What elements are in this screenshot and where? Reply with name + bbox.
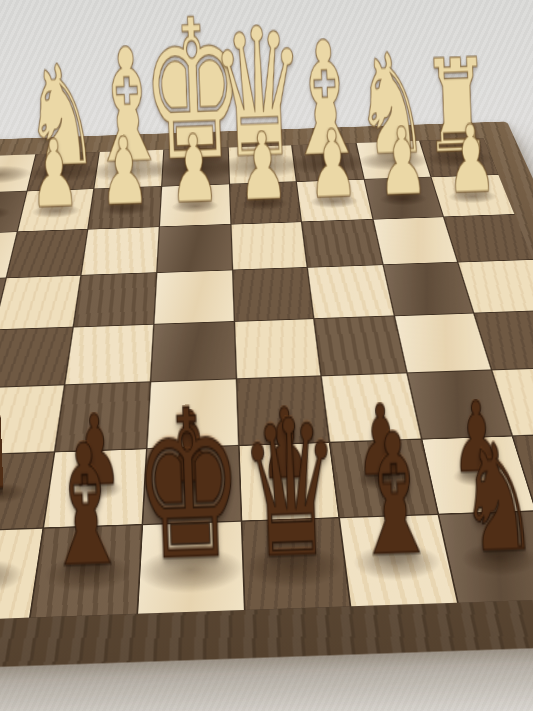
black-king-e8: ♚ — [131, 403, 246, 572]
black-bishop-f8: ♝ — [39, 438, 132, 575]
white-pawn-c2: ♟ — [307, 126, 359, 202]
square-g3 — [7, 230, 88, 278]
square-b3 — [373, 217, 457, 264]
square-c2: ♟ — [297, 179, 372, 221]
square-c5 — [315, 316, 406, 376]
square-e4 — [154, 270, 233, 323]
square-a2: ♟ — [432, 175, 515, 217]
white-pawn-f2: ♟ — [98, 134, 150, 210]
square-a3 — [445, 215, 533, 262]
square-g2: ♟ — [17, 189, 93, 232]
square-d2: ♟ — [230, 182, 301, 224]
square-d5 — [234, 319, 320, 379]
square-e8: ♚ — [138, 522, 243, 613]
square-e2: ♟ — [160, 184, 230, 226]
square-d3 — [231, 222, 307, 269]
black-queen-d8: ♛ — [238, 413, 344, 568]
black-bishop-c8: ♝ — [348, 427, 441, 564]
chess-board: ♜♞♝♚♛♝♞♜♟♟♟♟♟♟♟♟♟♟♟♟♟♟♟♟♜♞♝♚♛♝♞♜ — [0, 121, 533, 675]
square-g4 — [0, 276, 81, 329]
square-b4 — [383, 262, 473, 315]
white-pawn-b2: ♟ — [376, 124, 428, 200]
square-b2: ♟ — [364, 177, 443, 219]
square-c4 — [308, 265, 393, 318]
square-b8: ♞ — [439, 512, 533, 603]
square-c3 — [302, 220, 382, 267]
square-e3 — [157, 225, 231, 272]
square-d8: ♛ — [242, 519, 350, 610]
board-grid: ♜♞♝♚♛♝♞♜♟♟♟♟♟♟♟♟♟♟♟♟♟♟♟♟♜♞♝♚♛♝♞♜ — [0, 139, 533, 625]
square-c8: ♝ — [340, 515, 456, 606]
square-g5 — [0, 327, 73, 387]
square-f3 — [82, 227, 159, 274]
scene: ♜♞♝♚♛♝♞♜♟♟♟♟♟♟♟♟♟♟♟♟♟♟♟♟♜♞♝♚♛♝♞♜ — [0, 0, 533, 711]
white-pawn-e2: ♟ — [168, 131, 220, 207]
board-tilt-wrapper: ♜♞♝♚♛♝♞♜♟♟♟♟♟♟♟♟♟♟♟♟♟♟♟♟♜♞♝♚♛♝♞♜ — [0, 0, 533, 711]
square-f4 — [74, 273, 156, 326]
white-pawn-g2: ♟ — [29, 136, 81, 212]
square-d4 — [233, 268, 314, 321]
white-pawn-d2: ♟ — [237, 129, 289, 205]
white-pawn-a2: ♟ — [445, 121, 497, 197]
square-f2: ♟ — [89, 186, 161, 229]
square-f8: ♝ — [31, 526, 141, 618]
black-knight-b8: ♞ — [456, 439, 533, 560]
